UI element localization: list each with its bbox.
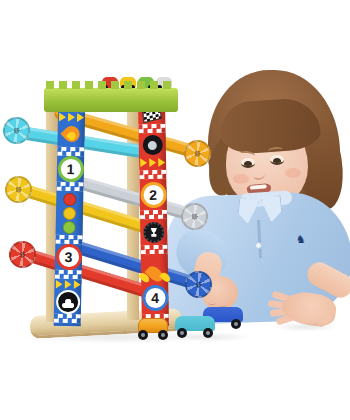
- traffic-light-red: [63, 192, 76, 205]
- photo-canvas: ♞: [0, 0, 350, 420]
- wheel-cap-icon: [184, 140, 211, 167]
- checker-band: [56, 182, 83, 192]
- wheel-cap-icon: [181, 203, 208, 230]
- floor-shadow: [272, 322, 338, 332]
- toy-car-teal: [175, 316, 215, 338]
- chevrons-icon: [140, 157, 165, 167]
- checker-band: [55, 270, 82, 280]
- checker-band: [139, 170, 166, 179]
- traffic-light-green: [63, 220, 76, 233]
- checker-band: [57, 146, 84, 156]
- platform-teeth: [46, 81, 176, 89]
- toy-car-orange: [138, 318, 168, 340]
- flame-icon: [60, 122, 82, 146]
- traffic-light-icon: [63, 191, 77, 234]
- level-badge-3: 3: [55, 244, 82, 271]
- shirt-button: [255, 242, 262, 249]
- race-car-badge-icon: [55, 289, 79, 313]
- flames-icon: [140, 257, 168, 283]
- checker-band: [138, 123, 165, 132]
- checker-band: [140, 210, 167, 219]
- top-platform: [44, 88, 178, 112]
- checker-band: [141, 245, 168, 254]
- polo-logo-icon: ♞: [296, 234, 306, 245]
- child-cheek: [285, 168, 301, 178]
- right-column: 2 4: [138, 102, 169, 326]
- checker-band: [54, 314, 81, 324]
- chevrons-icon: [55, 279, 80, 290]
- wheel-cap-icon: [3, 117, 30, 144]
- tire-icon: [142, 135, 162, 155]
- chevrons-icon: [59, 112, 84, 123]
- hand-knuckle: [208, 300, 216, 305]
- checker-band: [55, 234, 82, 244]
- left-column: 1 3: [54, 100, 86, 327]
- level-badge-2: 2: [140, 181, 166, 207]
- gear-trophy-icon: [143, 222, 164, 243]
- wheel-cap-icon: [5, 176, 32, 203]
- traffic-light-yellow: [63, 206, 76, 219]
- level-badge-1: 1: [57, 156, 84, 183]
- wheel-cap-icon: [9, 241, 36, 268]
- wheel-cap-icon: [185, 271, 212, 298]
- child-eye: [241, 158, 255, 168]
- child-cheek: [233, 174, 249, 184]
- level-badge-4: 4: [142, 285, 168, 311]
- child-eye: [270, 155, 284, 165]
